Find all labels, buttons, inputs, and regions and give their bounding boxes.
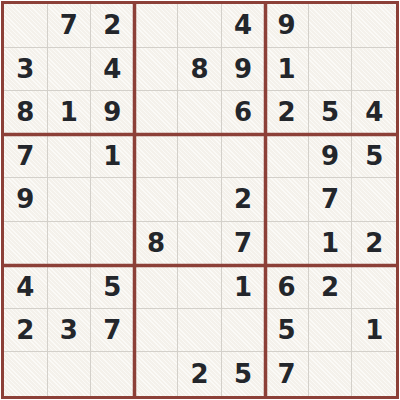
- cell-r2c4[interactable]: [135, 48, 179, 92]
- cell-r5c2[interactable]: [48, 178, 92, 222]
- cell-r7c9[interactable]: [352, 265, 396, 309]
- cell-r1c8[interactable]: [309, 4, 353, 48]
- cell-r7c8[interactable]: 2: [309, 265, 353, 309]
- cell-r1c5[interactable]: [178, 4, 222, 48]
- cell-r2c6[interactable]: 9: [222, 48, 266, 92]
- cell-r3c5[interactable]: [178, 91, 222, 135]
- cell-r9c3[interactable]: [91, 352, 135, 396]
- cell-r5c4[interactable]: [135, 178, 179, 222]
- cell-r5c1[interactable]: 9: [4, 178, 48, 222]
- cell-r6c9[interactable]: 2: [352, 222, 396, 266]
- cell-r3c3[interactable]: 9: [91, 91, 135, 135]
- cell-r2c1[interactable]: 3: [4, 48, 48, 92]
- cell-r1c9[interactable]: [352, 4, 396, 48]
- cell-r3c2[interactable]: 1: [48, 91, 92, 135]
- cell-r1c7[interactable]: 9: [265, 4, 309, 48]
- cell-r4c5[interactable]: [178, 135, 222, 179]
- cell-r9c9[interactable]: [352, 352, 396, 396]
- cell-r4c4[interactable]: [135, 135, 179, 179]
- cell-r1c6[interactable]: 4: [222, 4, 266, 48]
- cell-r4c6[interactable]: [222, 135, 266, 179]
- cell-r1c4[interactable]: [135, 4, 179, 48]
- cell-r6c2[interactable]: [48, 222, 92, 266]
- cell-r2c9[interactable]: [352, 48, 396, 92]
- cell-r2c5[interactable]: 8: [178, 48, 222, 92]
- cell-r9c7[interactable]: 7: [265, 352, 309, 396]
- cell-r2c8[interactable]: [309, 48, 353, 92]
- cell-r3c9[interactable]: 4: [352, 91, 396, 135]
- cell-r4c1[interactable]: 7: [4, 135, 48, 179]
- cell-r1c1[interactable]: [4, 4, 48, 48]
- cell-r5c9[interactable]: [352, 178, 396, 222]
- cell-r2c2[interactable]: [48, 48, 92, 92]
- cell-r3c8[interactable]: 5: [309, 91, 353, 135]
- cell-r8c3[interactable]: 7: [91, 309, 135, 353]
- cell-r5c7[interactable]: [265, 178, 309, 222]
- cell-r4c3[interactable]: 1: [91, 135, 135, 179]
- cell-r6c6[interactable]: 7: [222, 222, 266, 266]
- cell-r8c5[interactable]: [178, 309, 222, 353]
- cell-r9c8[interactable]: [309, 352, 353, 396]
- sudoku-board: 7249348918196254719592787124516223751257: [1, 1, 399, 399]
- cell-r6c7[interactable]: [265, 222, 309, 266]
- cell-r9c5[interactable]: 2: [178, 352, 222, 396]
- cell-r3c7[interactable]: 2: [265, 91, 309, 135]
- cell-r6c5[interactable]: [178, 222, 222, 266]
- cell-r7c3[interactable]: 5: [91, 265, 135, 309]
- cell-r6c1[interactable]: [4, 222, 48, 266]
- cell-r7c2[interactable]: [48, 265, 92, 309]
- cell-r5c5[interactable]: [178, 178, 222, 222]
- cell-r6c4[interactable]: 8: [135, 222, 179, 266]
- cell-r3c1[interactable]: 8: [4, 91, 48, 135]
- cell-r5c8[interactable]: 7: [309, 178, 353, 222]
- cell-r5c3[interactable]: [91, 178, 135, 222]
- cell-r8c2[interactable]: 3: [48, 309, 92, 353]
- cell-r6c8[interactable]: 1: [309, 222, 353, 266]
- cell-r3c4[interactable]: [135, 91, 179, 135]
- cell-r9c2[interactable]: [48, 352, 92, 396]
- cell-r9c6[interactable]: 5: [222, 352, 266, 396]
- cell-r8c1[interactable]: 2: [4, 309, 48, 353]
- cell-r1c2[interactable]: 7: [48, 4, 92, 48]
- cell-r5c6[interactable]: 2: [222, 178, 266, 222]
- cell-r7c1[interactable]: 4: [4, 265, 48, 309]
- cell-r4c2[interactable]: [48, 135, 92, 179]
- cell-r8c6[interactable]: [222, 309, 266, 353]
- cell-r7c7[interactable]: 6: [265, 265, 309, 309]
- cell-r6c3[interactable]: [91, 222, 135, 266]
- cell-r8c8[interactable]: [309, 309, 353, 353]
- cell-r1c3[interactable]: 2: [91, 4, 135, 48]
- cell-r3c6[interactable]: 6: [222, 91, 266, 135]
- page: 7249348918196254719592787124516223751257: [0, 0, 400, 400]
- cell-r4c8[interactable]: 9: [309, 135, 353, 179]
- cell-r9c4[interactable]: [135, 352, 179, 396]
- cell-r4c7[interactable]: [265, 135, 309, 179]
- cell-r2c7[interactable]: 1: [265, 48, 309, 92]
- cell-r9c1[interactable]: [4, 352, 48, 396]
- cell-r7c6[interactable]: 1: [222, 265, 266, 309]
- cell-r8c4[interactable]: [135, 309, 179, 353]
- cell-r8c7[interactable]: 5: [265, 309, 309, 353]
- cell-r4c9[interactable]: 5: [352, 135, 396, 179]
- cell-r7c4[interactable]: [135, 265, 179, 309]
- cell-r7c5[interactable]: [178, 265, 222, 309]
- cell-r2c3[interactable]: 4: [91, 48, 135, 92]
- cell-r8c9[interactable]: 1: [352, 309, 396, 353]
